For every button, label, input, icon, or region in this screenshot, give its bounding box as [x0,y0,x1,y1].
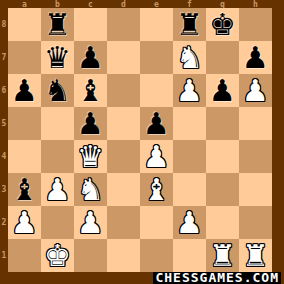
piece-white-rook-g1[interactable]: ♜ [206,239,239,272]
square-g6[interactable]: ♟ [206,74,239,107]
square-c2[interactable]: ♟ [74,206,107,239]
square-b3[interactable]: ♟ [41,173,74,206]
square-a6[interactable]: ♟ [8,74,41,107]
rank-label-5: 5 [0,107,8,140]
square-f7[interactable]: ♞ [173,41,206,74]
square-e6[interactable] [140,74,173,107]
piece-white-knight-c3[interactable]: ♞ [74,173,107,206]
piece-black-pawn-a6[interactable]: ♟ [8,74,41,107]
site-watermark: CHESSGAMES.COM [153,272,281,284]
square-d3[interactable] [107,173,140,206]
piece-black-pawn-e5[interactable]: ♟ [140,107,173,140]
piece-black-bishop-a3[interactable]: ♝ [8,173,41,206]
square-b8[interactable]: ♜ [41,8,74,41]
piece-black-pawn-g6[interactable]: ♟ [206,74,239,107]
square-a7[interactable] [8,41,41,74]
rank-label-3: 3 [0,173,8,206]
square-h3[interactable] [239,173,272,206]
square-h7[interactable]: ♟ [239,41,272,74]
piece-black-rook-f8[interactable]: ♜ [173,8,206,41]
square-c6[interactable]: ♝ [74,74,107,107]
square-g7[interactable] [206,41,239,74]
square-g1[interactable]: ♜ [206,239,239,272]
board-frame: abcdefgh 87654321 ♜♜♚♛♟♞♟♟♞♝♟♟♟♟♟♛♟♝♟♞♝♟… [0,0,284,284]
square-f1[interactable] [173,239,206,272]
piece-white-pawn-f6[interactable]: ♟ [173,74,206,107]
square-h6[interactable]: ♟ [239,74,272,107]
square-a1[interactable] [8,239,41,272]
square-g2[interactable] [206,206,239,239]
square-g3[interactable] [206,173,239,206]
piece-black-bishop-c6[interactable]: ♝ [74,74,107,107]
piece-white-knight-f7[interactable]: ♞ [173,41,206,74]
square-a2[interactable]: ♟ [8,206,41,239]
rank-label-2: 2 [0,206,8,239]
rank-label-8: 8 [0,8,8,41]
piece-white-pawn-a2[interactable]: ♟ [8,206,41,239]
piece-black-pawn-c5[interactable]: ♟ [74,107,107,140]
rank-label-6: 6 [0,74,8,107]
piece-black-rook-b8[interactable]: ♜ [41,8,74,41]
square-h4[interactable] [239,140,272,173]
square-c3[interactable]: ♞ [74,173,107,206]
square-a5[interactable] [8,107,41,140]
square-b1[interactable]: ♚ [41,239,74,272]
square-f3[interactable] [173,173,206,206]
piece-white-pawn-f2[interactable]: ♟ [173,206,206,239]
piece-black-king-g8[interactable]: ♚ [206,8,239,41]
square-g4[interactable] [206,140,239,173]
piece-black-pawn-h7[interactable]: ♟ [239,41,272,74]
piece-white-pawn-b3[interactable]: ♟ [41,173,74,206]
square-b5[interactable] [41,107,74,140]
square-h1[interactable]: ♜ [239,239,272,272]
square-b4[interactable] [41,140,74,173]
square-f2[interactable]: ♟ [173,206,206,239]
square-a8[interactable] [8,8,41,41]
square-c1[interactable] [74,239,107,272]
square-e7[interactable] [140,41,173,74]
piece-white-king-b1[interactable]: ♚ [41,239,74,272]
square-f8[interactable]: ♜ [173,8,206,41]
rank-label-4: 4 [0,140,8,173]
square-c4[interactable]: ♛ [74,140,107,173]
square-g8[interactable]: ♚ [206,8,239,41]
square-d5[interactable] [107,107,140,140]
square-b6[interactable]: ♞ [41,74,74,107]
square-e4[interactable]: ♟ [140,140,173,173]
square-e3[interactable]: ♝ [140,173,173,206]
piece-white-pawn-e4[interactable]: ♟ [140,140,173,173]
rank-label-7: 7 [0,41,8,74]
piece-black-queen-b7[interactable]: ♛ [41,41,74,74]
rank-label-1: 1 [0,239,8,272]
square-e2[interactable] [140,206,173,239]
square-c7[interactable]: ♟ [74,41,107,74]
square-d8[interactable] [107,8,140,41]
piece-black-pawn-c7[interactable]: ♟ [74,41,107,74]
square-e1[interactable] [140,239,173,272]
square-b2[interactable] [41,206,74,239]
square-h5[interactable] [239,107,272,140]
piece-white-queen-c4[interactable]: ♛ [74,140,107,173]
square-d2[interactable] [107,206,140,239]
square-f5[interactable] [173,107,206,140]
square-b7[interactable]: ♛ [41,41,74,74]
square-d7[interactable] [107,41,140,74]
square-g5[interactable] [206,107,239,140]
square-d1[interactable] [107,239,140,272]
chess-board: ♜♜♚♛♟♞♟♟♞♝♟♟♟♟♟♛♟♝♟♞♝♟♟♟♚♜♜ [8,8,272,272]
square-d4[interactable] [107,140,140,173]
square-f4[interactable] [173,140,206,173]
piece-black-knight-b6[interactable]: ♞ [41,74,74,107]
square-a3[interactable]: ♝ [8,173,41,206]
square-h8[interactable] [239,8,272,41]
piece-white-bishop-e3[interactable]: ♝ [140,173,173,206]
piece-white-pawn-c2[interactable]: ♟ [74,206,107,239]
square-a4[interactable] [8,140,41,173]
square-e8[interactable] [140,8,173,41]
rank-labels: 87654321 [0,8,8,272]
square-c8[interactable] [74,8,107,41]
square-d6[interactable] [107,74,140,107]
piece-white-rook-h1[interactable]: ♜ [239,239,272,272]
piece-white-pawn-h6[interactable]: ♟ [239,74,272,107]
square-h2[interactable] [239,206,272,239]
square-e5[interactable]: ♟ [140,107,173,140]
square-f6[interactable]: ♟ [173,74,206,107]
square-c5[interactable]: ♟ [74,107,107,140]
